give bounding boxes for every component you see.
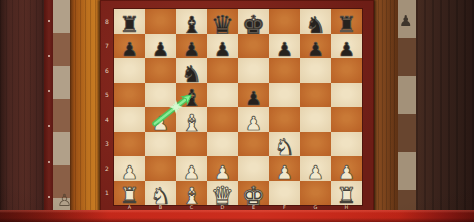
- video-frame: ♙ ♟ 87654321 ♜♝♛♚♞♜♟♟♟♟♟♟♟♞♝♟♟♝♟♞♟♟♟♟♟♟♜…: [0, 0, 474, 222]
- move-arrow: [114, 9, 362, 205]
- rank-label-1: 1: [100, 181, 114, 206]
- left-orange-wood-strip: [70, 0, 101, 222]
- background-board-frame-strip-left: [44, 0, 54, 222]
- file-label-a: A: [114, 204, 145, 212]
- rank-label-4: 4: [100, 107, 114, 132]
- background-board-squares-strip-right: [398, 0, 418, 222]
- background-board-squares-strip-left: [53, 0, 71, 222]
- file-label-b: B: [145, 204, 176, 212]
- right-wood-strip: [374, 0, 399, 222]
- file-label-d: D: [207, 204, 238, 212]
- right-dark-wood-background: [416, 0, 474, 222]
- background-pawn-icon: ♙: [57, 190, 72, 210]
- chess-board-frame: 87654321 ♜♝♛♚♞♜♟♟♟♟♟♟♟♞♝♟♟♝♟♞♟♟♟♟♟♟♜♞♝♛♚…: [100, 0, 374, 213]
- rank-labels: 87654321: [100, 9, 114, 205]
- rank-label-6: 6: [100, 58, 114, 83]
- rank-label-2: 2: [100, 156, 114, 181]
- file-label-g: G: [300, 204, 331, 212]
- rank-label-8: 8: [100, 9, 114, 34]
- file-label-e: E: [238, 204, 269, 212]
- left-dark-wood-background: [0, 0, 46, 222]
- rank-label-7: 7: [100, 34, 114, 59]
- file-label-f: F: [269, 204, 300, 212]
- rank-label-5: 5: [100, 83, 114, 108]
- file-label-c: C: [176, 204, 207, 212]
- rank-label-3: 3: [100, 132, 114, 157]
- file-label-h: H: [331, 204, 362, 212]
- file-labels: ABCDEFGH: [114, 204, 362, 212]
- background-piece-icon: ♟: [399, 12, 412, 30]
